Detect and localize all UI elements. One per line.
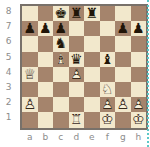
- square-f6[interactable]: [100, 36, 116, 51]
- file-label-a: a: [22, 131, 38, 143]
- square-c7[interactable]: ♟: [53, 21, 69, 36]
- square-c6[interactable]: ♞: [53, 36, 69, 51]
- piece-black-bishop[interactable]: ♝: [100, 52, 116, 67]
- square-f1[interactable]: ♚♔: [100, 112, 116, 127]
- square-e6[interactable]: [84, 36, 100, 51]
- square-g7[interactable]: ♟: [115, 21, 131, 36]
- square-b8[interactable]: [38, 6, 54, 21]
- rank-label-4: 4: [0, 65, 17, 80]
- square-e7[interactable]: [84, 21, 100, 36]
- square-a6[interactable]: [22, 36, 38, 51]
- square-c3[interactable]: [53, 82, 69, 97]
- piece-black-pawn[interactable]: ♟: [131, 21, 147, 36]
- square-e8[interactable]: ♜: [84, 6, 100, 21]
- rank-label-5: 5: [0, 50, 17, 65]
- square-d3[interactable]: [69, 82, 85, 97]
- square-a7[interactable]: ♟: [22, 21, 38, 36]
- square-a1[interactable]: [22, 112, 38, 127]
- file-label-b: b: [38, 131, 54, 143]
- rank-label-8: 8: [0, 4, 17, 19]
- square-e4[interactable]: [84, 67, 100, 82]
- rank-label-7: 7: [0, 19, 17, 34]
- square-f5[interactable]: ♝: [100, 52, 116, 67]
- square-b2[interactable]: [38, 97, 54, 112]
- file-label-c: c: [53, 131, 69, 143]
- square-c5[interactable]: ♝♗: [53, 52, 69, 67]
- file-label-h: h: [131, 131, 147, 143]
- square-b6[interactable]: [38, 36, 54, 51]
- square-g8[interactable]: [115, 6, 131, 21]
- chess-diagram: 87654321 ♚♜♜♟♟♟♟♟♞♝♗♛♝♛♕♟♙♞♘♟♙♟♙♟♙♟♙♜♖♚♔…: [0, 0, 150, 147]
- square-h1[interactable]: ♜♔: [131, 112, 147, 127]
- rank-label-6: 6: [0, 34, 17, 49]
- rank-label-3: 3: [0, 80, 17, 95]
- piece-white-knight[interactable]: ♞♘: [100, 82, 116, 97]
- square-h8[interactable]: [131, 6, 147, 21]
- square-h6[interactable]: [131, 36, 147, 51]
- piece-white-pawn[interactable]: ♟♙: [69, 67, 85, 82]
- piece-white-king[interactable]: ♚♔: [100, 112, 116, 127]
- square-b7[interactable]: ♟: [38, 21, 54, 36]
- square-e1[interactable]: [84, 112, 100, 127]
- piece-black-pawn[interactable]: ♟: [53, 21, 69, 36]
- square-d2[interactable]: [69, 97, 85, 112]
- square-d1[interactable]: ♜♖: [69, 112, 85, 127]
- file-label-f: f: [100, 131, 116, 143]
- square-f8[interactable]: [100, 6, 116, 21]
- square-e3[interactable]: [84, 82, 100, 97]
- square-h4[interactable]: [131, 67, 147, 82]
- square-h3[interactable]: [131, 82, 147, 97]
- square-b4[interactable]: [38, 67, 54, 82]
- piece-white-bishop[interactable]: ♝♗: [53, 52, 69, 67]
- rank-label-1: 1: [0, 110, 17, 125]
- square-a2[interactable]: ♟♙: [22, 97, 38, 112]
- piece-black-pawn[interactable]: ♟: [38, 21, 54, 36]
- piece-white-pawn[interactable]: ♟♙: [131, 97, 147, 112]
- square-g5[interactable]: [115, 52, 131, 67]
- square-e2[interactable]: [84, 97, 100, 112]
- rank-label-2: 2: [0, 95, 17, 110]
- rank-labels: 87654321: [0, 4, 17, 126]
- piece-white-queen[interactable]: ♛♕: [22, 67, 38, 82]
- file-labels: abcdefgh: [22, 131, 146, 143]
- square-a3[interactable]: [22, 82, 38, 97]
- square-g6[interactable]: [115, 36, 131, 51]
- square-f2[interactable]: ♟♙: [100, 97, 116, 112]
- file-label-e: e: [84, 131, 100, 143]
- square-d4[interactable]: ♟♙: [69, 67, 85, 82]
- square-f3[interactable]: ♞♘: [100, 82, 116, 97]
- square-h2[interactable]: ♟♙: [131, 97, 147, 112]
- square-a5[interactable]: [22, 52, 38, 67]
- square-a4[interactable]: ♛♕: [22, 67, 38, 82]
- square-b3[interactable]: [38, 82, 54, 97]
- square-g1[interactable]: [115, 112, 131, 127]
- square-c8[interactable]: ♚: [53, 6, 69, 21]
- piece-black-rook[interactable]: ♜: [84, 6, 100, 21]
- square-h5[interactable]: [131, 52, 147, 67]
- square-e5[interactable]: [84, 52, 100, 67]
- square-b5[interactable]: [38, 52, 54, 67]
- selection-dotted-border: [147, 0, 149, 147]
- piece-white-pawn[interactable]: ♟♙: [22, 97, 38, 112]
- piece-black-king[interactable]: ♚: [53, 6, 69, 21]
- piece-black-rook[interactable]: ♜: [69, 6, 85, 21]
- square-a8[interactable]: [22, 6, 38, 21]
- square-d5[interactable]: ♛: [69, 52, 85, 67]
- piece-black-pawn[interactable]: ♟: [115, 21, 131, 36]
- square-b1[interactable]: [38, 112, 54, 127]
- piece-white-pawn[interactable]: ♟♙: [115, 97, 131, 112]
- file-label-g: g: [115, 131, 131, 143]
- piece-white-rook[interactable]: ♜♔: [131, 112, 147, 127]
- square-d7[interactable]: [69, 21, 85, 36]
- square-d6[interactable]: [69, 36, 85, 51]
- square-f4[interactable]: [100, 67, 116, 82]
- square-g2[interactable]: ♟♙: [115, 97, 131, 112]
- piece-white-pawn[interactable]: ♟♙: [100, 97, 116, 112]
- file-label-d: d: [69, 131, 85, 143]
- square-c2[interactable]: [53, 97, 69, 112]
- square-d8[interactable]: ♜: [69, 6, 85, 21]
- square-c1[interactable]: [53, 112, 69, 127]
- square-g3[interactable]: [115, 82, 131, 97]
- piece-black-queen[interactable]: ♛: [69, 52, 85, 67]
- square-f7[interactable]: [100, 21, 116, 36]
- square-g4[interactable]: [115, 67, 131, 82]
- square-c4[interactable]: [53, 67, 69, 82]
- piece-black-knight[interactable]: ♞: [53, 36, 69, 51]
- square-h7[interactable]: ♟: [131, 21, 147, 36]
- piece-black-pawn[interactable]: ♟: [22, 21, 38, 36]
- chess-board: ♚♜♜♟♟♟♟♟♞♝♗♛♝♛♕♟♙♞♘♟♙♟♙♟♙♟♙♜♖♚♔♜♔: [20, 4, 148, 130]
- piece-white-rook[interactable]: ♜♖: [69, 112, 85, 127]
